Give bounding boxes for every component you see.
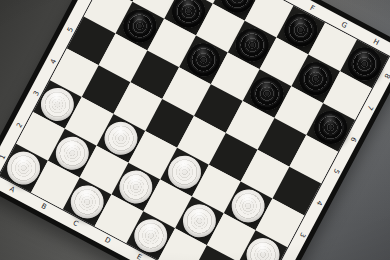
rank-label-right-6: 6 [348, 135, 356, 142]
rank-label-right-7: 7 [365, 104, 373, 111]
rank-label-left-3: 3 [33, 90, 41, 97]
checkerboard: AABBCCDDEEFFGGHH1122334455667788 [0, 0, 390, 260]
file-label-bottom-d: D [103, 236, 111, 245]
rank-label-right-3: 3 [297, 231, 305, 238]
file-label-top-f: F [309, 4, 316, 12]
file-label-bottom-e: E [136, 253, 143, 260]
rank-label-left-1: 1 [0, 153, 7, 160]
rank-label-left-4: 4 [49, 58, 57, 65]
file-label-bottom-b: B [40, 202, 48, 210]
rank-label-right-5: 5 [331, 167, 339, 174]
file-label-top-g: G [340, 21, 348, 30]
rank-label-left-2: 2 [16, 122, 24, 129]
board-grid [0, 0, 389, 260]
rank-label-right-8: 8 [382, 72, 390, 79]
file-label-bottom-a: A [8, 186, 16, 194]
photo-of-checkerboard-on-table: { "game": "checkers (draughts)", "scene"… [0, 0, 390, 260]
rank-label-right-4: 4 [314, 199, 322, 206]
file-label-bottom-c: C [72, 219, 80, 227]
file-label-top-h: H [372, 38, 380, 47]
rank-label-left-6: 6 [83, 0, 91, 2]
rank-label-left-5: 5 [66, 26, 74, 33]
board-border-strip: AABBCCDDEEFFGGHH1122334455667788 [0, 0, 390, 260]
